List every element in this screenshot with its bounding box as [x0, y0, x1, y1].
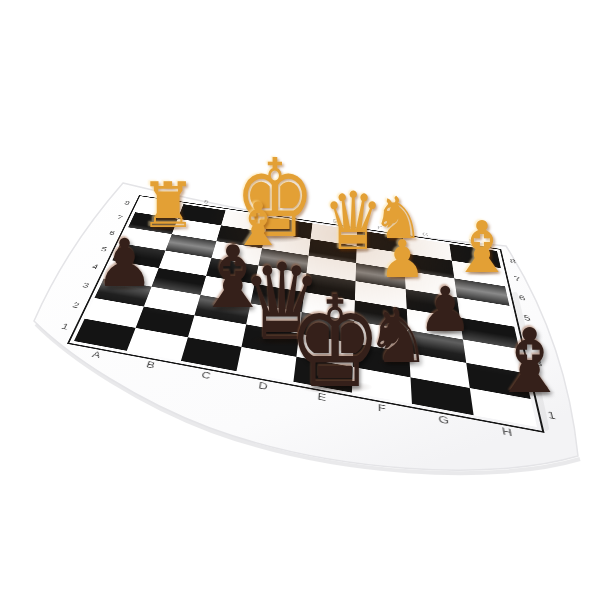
- chess-piece-brown-king-e1[interactable]: ♚: [283, 280, 389, 406]
- chess-piece-brown-bishop-h2[interactable]: ♝: [485, 317, 574, 406]
- product-photo-scene: AA11BB22CC33DD44EE55FF66GG77HH88 ♜♚♞♝♛♝♟…: [0, 0, 600, 600]
- pieces-layer: ♜♚♞♝♛♝♟♟♝♟♛♞♚♝: [0, 0, 600, 600]
- chess-piece-brown-pawn-a4[interactable]: ♟: [92, 231, 158, 297]
